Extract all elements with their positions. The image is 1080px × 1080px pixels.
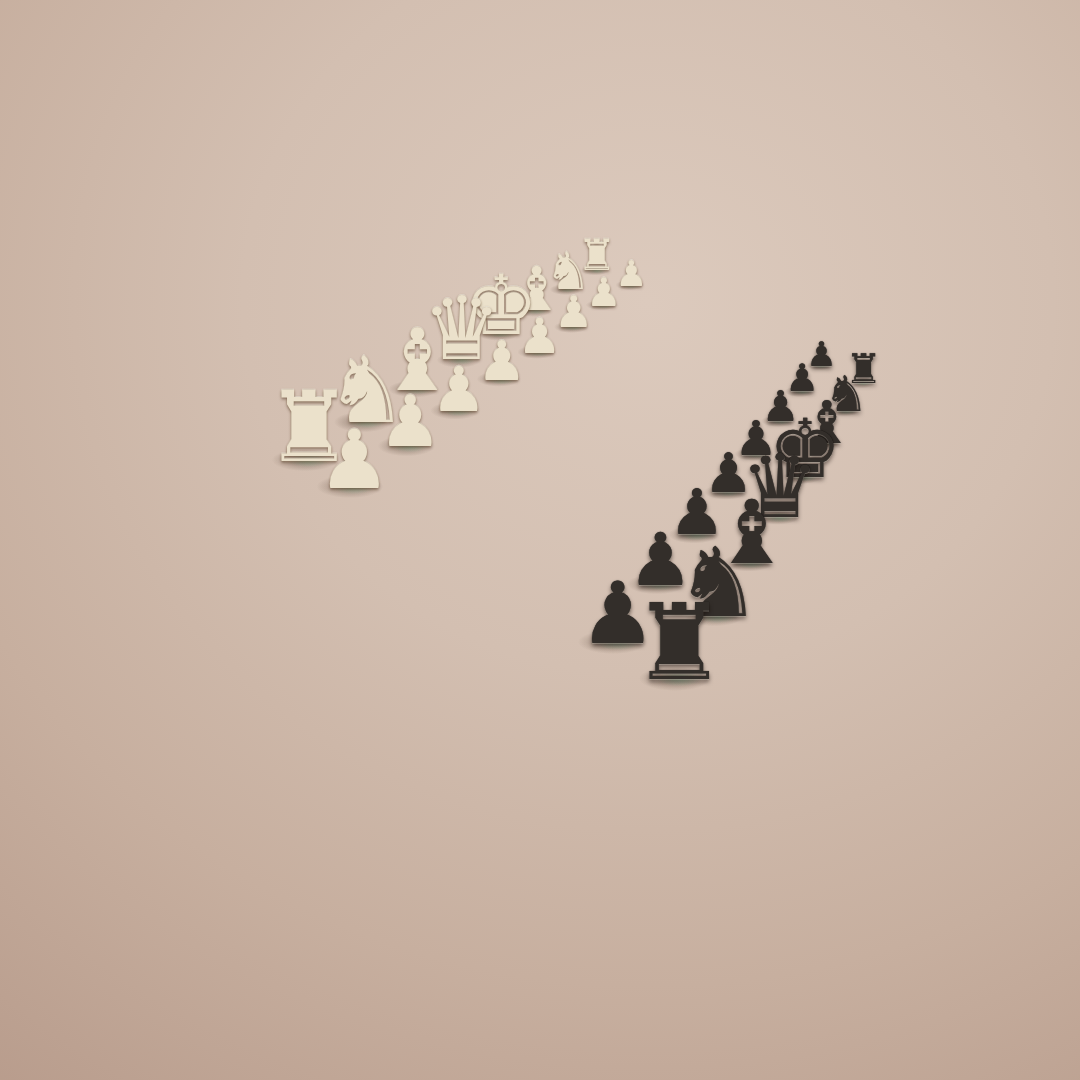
- square-b4[interactable]: [454, 463, 551, 533]
- square-g4[interactable]: [646, 318, 711, 358]
- square-c5[interactable]: [550, 450, 638, 516]
- square-f4[interactable]: [616, 341, 685, 386]
- square-f5[interactable]: [658, 358, 727, 405]
- square-c4[interactable]: [503, 427, 591, 489]
- square-h5[interactable]: [711, 313, 771, 352]
- square-a4[interactable]: [397, 505, 504, 586]
- square-d4[interactable]: [545, 395, 626, 450]
- photo-backdrop: ♜♞♝♛♚♝♞♜♟♟♟♟♟♟♟♟♟♟♟♟♟♟♟♟♜♞♝♛♚♝♞♜: [0, 0, 1080, 1080]
- piece-white-pawn-a2[interactable]: ♟: [318, 419, 391, 501]
- square-b5[interactable]: [504, 489, 600, 564]
- square-h4[interactable]: [673, 297, 734, 334]
- square-e5[interactable]: [626, 385, 701, 437]
- pieces-layer: ♜♞♝♛♚♝♞♜♟♟♟♟♟♟♟♟♟♟♟♟♟♟♟♟♜♞♝♛♚♝♞♜: [0, 0, 1080, 1080]
- square-a5[interactable]: [449, 533, 556, 619]
- square-e4[interactable]: [583, 366, 658, 415]
- square-d5[interactable]: [591, 415, 672, 473]
- square-g5[interactable]: [686, 334, 751, 376]
- piece-black-rook-a8[interactable]: ♜: [632, 591, 726, 696]
